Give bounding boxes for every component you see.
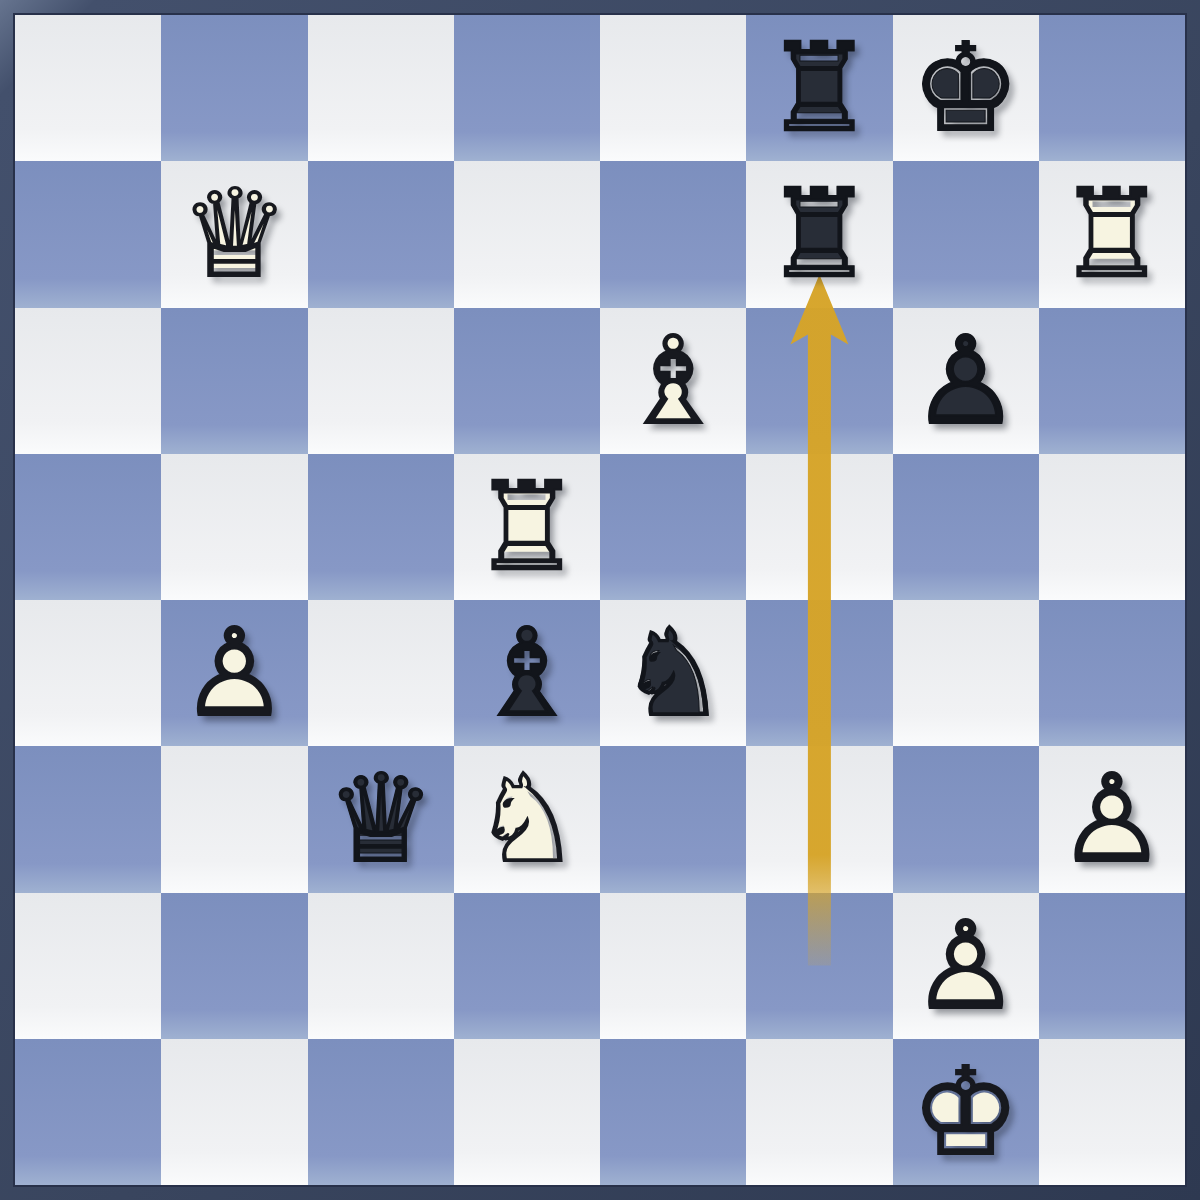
square-f2[interactable] (746, 893, 892, 1039)
square-g6[interactable]: ♟♙ (893, 308, 1039, 454)
square-h7[interactable]: ♜♖ (1039, 161, 1185, 307)
square-c1[interactable] (308, 1039, 454, 1185)
square-a6[interactable] (15, 308, 161, 454)
square-f6[interactable] (746, 308, 892, 454)
square-d1[interactable] (454, 1039, 600, 1185)
piece-outline-glyph: ♘ (600, 600, 746, 746)
square-f7[interactable]: ♜♖ (746, 161, 892, 307)
black-rook-piece[interactable]: ♜♖ (746, 15, 892, 161)
square-h4[interactable] (1039, 600, 1185, 746)
square-e7[interactable] (600, 161, 746, 307)
square-b7[interactable]: ♛♕ (161, 161, 307, 307)
board-frame: ♜♖♚♔♛♕♜♖♜♖♝♗♟♙♜♖♟♙♝♗♞♘♛♕♞♘♟♙♟♙♚♔ (0, 0, 1200, 1200)
square-f5[interactable] (746, 454, 892, 600)
square-a5[interactable] (15, 454, 161, 600)
square-c7[interactable] (308, 161, 454, 307)
white-pawn-piece[interactable]: ♟♙ (161, 600, 307, 746)
square-h6[interactable] (1039, 308, 1185, 454)
square-c5[interactable] (308, 454, 454, 600)
square-e4[interactable]: ♞♘ (600, 600, 746, 746)
square-e6[interactable]: ♝♗ (600, 308, 746, 454)
square-g1[interactable]: ♚♔ (893, 1039, 1039, 1185)
square-g4[interactable] (893, 600, 1039, 746)
piece-outline-glyph: ♖ (454, 454, 600, 600)
square-b2[interactable] (161, 893, 307, 1039)
square-f8[interactable]: ♜♖ (746, 15, 892, 161)
square-b1[interactable] (161, 1039, 307, 1185)
square-e1[interactable] (600, 1039, 746, 1185)
square-c8[interactable] (308, 15, 454, 161)
square-h2[interactable] (1039, 893, 1185, 1039)
square-g7[interactable] (893, 161, 1039, 307)
piece-outline-glyph: ♘ (454, 746, 600, 892)
piece-outline-glyph: ♙ (893, 893, 1039, 1039)
square-g8[interactable]: ♚♔ (893, 15, 1039, 161)
square-a2[interactable] (15, 893, 161, 1039)
square-c6[interactable] (308, 308, 454, 454)
square-b6[interactable] (161, 308, 307, 454)
square-g3[interactable] (893, 746, 1039, 892)
square-c2[interactable] (308, 893, 454, 1039)
white-queen-piece[interactable]: ♛♕ (161, 161, 307, 307)
square-d6[interactable] (454, 308, 600, 454)
chess-board: ♜♖♚♔♛♕♜♖♜♖♝♗♟♙♜♖♟♙♝♗♞♘♛♕♞♘♟♙♟♙♚♔ (15, 15, 1185, 1185)
piece-outline-glyph: ♙ (161, 600, 307, 746)
square-f4[interactable] (746, 600, 892, 746)
black-bishop-piece[interactable]: ♝♗ (454, 600, 600, 746)
piece-outline-glyph: ♙ (1039, 746, 1185, 892)
piece-outline-glyph: ♖ (746, 161, 892, 307)
square-e8[interactable] (600, 15, 746, 161)
square-d7[interactable] (454, 161, 600, 307)
piece-outline-glyph: ♔ (893, 1039, 1039, 1185)
piece-outline-glyph: ♕ (308, 746, 454, 892)
white-bishop-piece[interactable]: ♝♗ (600, 308, 746, 454)
square-b5[interactable] (161, 454, 307, 600)
black-queen-piece[interactable]: ♛♕ (308, 746, 454, 892)
square-h3[interactable]: ♟♙ (1039, 746, 1185, 892)
square-a1[interactable] (15, 1039, 161, 1185)
square-a3[interactable] (15, 746, 161, 892)
piece-outline-glyph: ♕ (161, 161, 307, 307)
square-g2[interactable]: ♟♙ (893, 893, 1039, 1039)
square-a4[interactable] (15, 600, 161, 746)
white-knight-piece[interactable]: ♞♘ (454, 746, 600, 892)
white-pawn-piece[interactable]: ♟♙ (1039, 746, 1185, 892)
square-b3[interactable] (161, 746, 307, 892)
square-f3[interactable] (746, 746, 892, 892)
square-f1[interactable] (746, 1039, 892, 1185)
black-king-piece[interactable]: ♚♔ (893, 15, 1039, 161)
square-b4[interactable]: ♟♙ (161, 600, 307, 746)
piece-outline-glyph: ♗ (600, 308, 746, 454)
white-king-piece[interactable]: ♚♔ (893, 1039, 1039, 1185)
square-g5[interactable] (893, 454, 1039, 600)
square-d4[interactable]: ♝♗ (454, 600, 600, 746)
square-a8[interactable] (15, 15, 161, 161)
white-rook-piece[interactable]: ♜♖ (1039, 161, 1185, 307)
square-h1[interactable] (1039, 1039, 1185, 1185)
black-pawn-piece[interactable]: ♟♙ (893, 308, 1039, 454)
square-e5[interactable] (600, 454, 746, 600)
square-d8[interactable] (454, 15, 600, 161)
square-d5[interactable]: ♜♖ (454, 454, 600, 600)
square-e2[interactable] (600, 893, 746, 1039)
square-c4[interactable] (308, 600, 454, 746)
square-b8[interactable] (161, 15, 307, 161)
square-a7[interactable] (15, 161, 161, 307)
square-d2[interactable] (454, 893, 600, 1039)
black-knight-piece[interactable]: ♞♘ (600, 600, 746, 746)
piece-outline-glyph: ♖ (1039, 161, 1185, 307)
white-pawn-piece[interactable]: ♟♙ (893, 893, 1039, 1039)
black-rook-piece[interactable]: ♜♖ (746, 161, 892, 307)
white-rook-piece[interactable]: ♜♖ (454, 454, 600, 600)
square-c3[interactable]: ♛♕ (308, 746, 454, 892)
piece-outline-glyph: ♗ (454, 600, 600, 746)
square-h8[interactable] (1039, 15, 1185, 161)
piece-outline-glyph: ♖ (746, 15, 892, 161)
square-e3[interactable] (600, 746, 746, 892)
piece-outline-glyph: ♔ (893, 15, 1039, 161)
square-h5[interactable] (1039, 454, 1185, 600)
piece-outline-glyph: ♙ (893, 308, 1039, 454)
square-d3[interactable]: ♞♘ (454, 746, 600, 892)
